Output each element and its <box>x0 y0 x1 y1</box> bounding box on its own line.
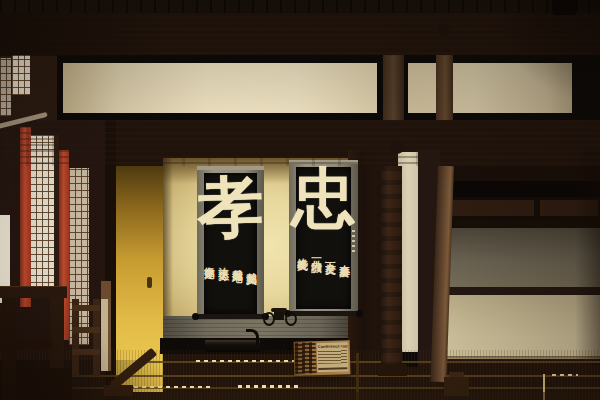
fusuma-handle <box>147 277 152 288</box>
beam-nail-cover <box>389 142 404 154</box>
wooden-stand-bar <box>72 327 100 333</box>
scroll-finial <box>356 310 363 317</box>
tatami-stitch <box>238 385 302 388</box>
bronze-vase <box>267 318 289 341</box>
sign-japanese-text <box>295 342 317 374</box>
sign-english-panel: Conference room <box>317 342 349 372</box>
alcove-shadow <box>163 158 173 318</box>
text-column: 下交於友 <box>325 253 336 260</box>
railing-post <box>50 290 64 368</box>
text-column: 戴父如天 <box>246 264 257 268</box>
thick-wood-pillar <box>381 166 402 366</box>
transom-panel <box>408 63 572 113</box>
text-column: 終能長久 <box>297 250 308 260</box>
text-column: 戴母如地 <box>232 261 243 268</box>
scroll-finial <box>192 313 199 320</box>
hanging-scroll-loyalty: 忠 上事於君 下交於友 内外一誠 終能長久 <box>289 160 358 316</box>
calligraphy-text-columns: 戴父如天 戴母如地 汝之子孫 亦復如是 <box>197 258 264 268</box>
text-column: 上事於君 <box>339 256 350 260</box>
transom-panel <box>63 63 377 113</box>
ceiling <box>0 0 600 13</box>
calligraphy-main-character: 忠 <box>289 166 358 230</box>
railing-mid-rail <box>0 338 52 349</box>
lower-beam <box>0 120 600 166</box>
transom-slim-pillar-crossing <box>436 55 453 120</box>
text-column: 亦復如是 <box>204 258 215 268</box>
shoji-window <box>12 55 30 95</box>
pillar-base <box>444 377 469 396</box>
sign-heading: Conference room <box>317 342 348 349</box>
photo-temple-interior: 孝 戴父如天 戴母如地 汝之子孫 亦復如是 忠 上事於君 下交於友 内外一誠 終… <box>0 0 600 400</box>
scroll-bottom-stave <box>289 311 358 316</box>
desk-scroll-end <box>246 329 259 345</box>
wall-shadow <box>575 150 600 365</box>
transom-band <box>0 55 600 120</box>
wooden-stand-bar <box>72 349 100 355</box>
ceiling-bracket <box>552 0 578 15</box>
scroll-signature <box>352 230 355 252</box>
text-column: 汝之子孫 <box>218 259 229 268</box>
right-wall-panel <box>444 200 534 216</box>
bronze-vase-rim <box>271 308 287 312</box>
upright-pole-top <box>101 281 111 299</box>
transom-pillar-crossing <box>383 55 404 120</box>
calligraphy-main-character: 孝 <box>196 173 265 241</box>
pillar-base <box>378 364 407 376</box>
sign-body-text <box>318 349 347 364</box>
text-column: 内外一誠 <box>311 251 322 260</box>
railing-top-rail <box>0 286 67 298</box>
beam-shadow <box>0 10 160 56</box>
scroll-bottom-stave <box>197 314 264 319</box>
wooden-information-sign: Conference room <box>294 340 351 375</box>
sign-footer-text <box>318 367 347 370</box>
hanging-scroll-filial-piety: 孝 戴父如天 戴母如地 汝之子孫 亦復如是 <box>197 166 264 319</box>
tatami-stitch <box>552 374 578 376</box>
shoji-window <box>0 58 11 116</box>
wooden-stand-bar <box>72 305 100 311</box>
calligraphy-text-columns: 上事於君 下交於友 内外一誠 終能長久 <box>289 250 358 260</box>
leaning-stand-foot <box>104 385 133 396</box>
